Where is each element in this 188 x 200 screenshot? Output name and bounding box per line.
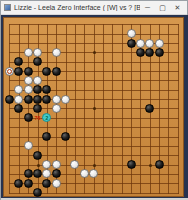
white-stone[interactable] <box>155 39 164 48</box>
white-stone[interactable] <box>52 179 61 188</box>
black-stone[interactable] <box>24 179 33 188</box>
white-stone[interactable] <box>24 76 33 85</box>
black-stone[interactable] <box>42 67 51 76</box>
black-stone[interactable] <box>24 67 33 76</box>
white-stone[interactable] <box>61 95 70 104</box>
white-stone[interactable] <box>127 29 136 38</box>
white-stone[interactable] <box>24 85 33 94</box>
grid-line-horizontal <box>9 183 178 184</box>
grid-line-vertical <box>112 24 113 193</box>
white-stone[interactable] <box>52 160 61 169</box>
grid-line-vertical <box>103 24 104 193</box>
star-point <box>149 164 152 167</box>
move-number-label: 76 <box>33 115 43 121</box>
white-stone[interactable] <box>145 39 154 48</box>
minimize-button[interactable]: ─ <box>140 2 155 14</box>
black-stone[interactable] <box>42 95 51 104</box>
grid-line-horizontal <box>9 146 178 147</box>
white-stone[interactable] <box>52 48 61 57</box>
window-controls: ─ ▢ ✕ <box>140 2 185 14</box>
white-stone[interactable] <box>14 95 23 104</box>
black-stone[interactable] <box>14 179 23 188</box>
black-stone[interactable] <box>33 95 42 104</box>
black-stone[interactable] <box>33 151 42 160</box>
black-stone[interactable] <box>33 104 42 113</box>
black-stone[interactable] <box>127 160 136 169</box>
white-stone[interactable] <box>33 76 42 85</box>
star-point <box>37 164 40 167</box>
grid-line-vertical <box>168 24 169 193</box>
white-stone[interactable] <box>136 39 145 48</box>
title-bar: Lizzie - Leela Zero Interface ( [W] vs ?… <box>1 1 187 15</box>
grid-line-vertical <box>178 24 179 193</box>
grid-line-horizontal <box>9 137 178 138</box>
black-stone[interactable] <box>24 113 33 122</box>
grid-line-vertical <box>122 24 123 193</box>
black-stone[interactable] <box>52 67 61 76</box>
app-icon <box>4 4 11 11</box>
white-stone[interactable] <box>24 48 33 57</box>
black-stone[interactable] <box>24 95 33 104</box>
black-stone[interactable] <box>155 48 164 57</box>
black-stone[interactable] <box>127 39 136 48</box>
white-stone[interactable] <box>33 48 42 57</box>
black-stone[interactable] <box>136 48 145 57</box>
black-stone[interactable] <box>61 132 70 141</box>
last-move-marker <box>7 69 12 74</box>
star-point <box>93 164 96 167</box>
board-area: 276 <box>1 15 188 198</box>
window-title: Lizzie - Leela Zero Interface ( [W] vs ?… <box>14 4 140 11</box>
black-stone[interactable] <box>155 160 164 169</box>
maximize-button[interactable]: ▢ <box>155 2 170 14</box>
white-stone[interactable] <box>52 95 61 104</box>
white-stone[interactable] <box>24 141 33 150</box>
window-bottom-edge <box>1 198 188 200</box>
black-stone[interactable] <box>24 169 33 178</box>
black-stone[interactable] <box>5 95 14 104</box>
black-stone[interactable] <box>145 48 154 57</box>
black-stone[interactable] <box>14 67 23 76</box>
close-button[interactable]: ✕ <box>170 2 185 14</box>
lizzie-window: Lizzie - Leela Zero Interface ( [W] vs ?… <box>0 0 188 200</box>
grid-line-horizontal <box>9 127 178 128</box>
white-stone[interactable] <box>52 104 61 113</box>
